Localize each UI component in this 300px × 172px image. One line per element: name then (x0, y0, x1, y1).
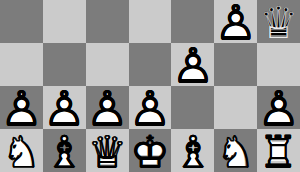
square-c2[interactable]: ♟♙ (43, 86, 86, 129)
white-rook-glyph: ♜ (257, 129, 300, 172)
black-queen[interactable]: ♛♕ (257, 0, 300, 43)
white-pawn-glyph: ♟ (257, 86, 300, 129)
square-d3[interactable] (86, 43, 129, 86)
square-c4[interactable] (43, 0, 86, 43)
white-pawn-glyph: ♟ (0, 86, 43, 129)
square-d2[interactable]: ♟♙ (86, 86, 129, 129)
white-rook[interactable]: ♜♖ (257, 129, 300, 172)
square-g2[interactable] (214, 86, 257, 129)
square-e4[interactable] (129, 0, 172, 43)
square-f1[interactable]: ♝♗ (171, 129, 214, 172)
square-h3[interactable] (257, 43, 300, 86)
white-king-glyph: ♚ (129, 129, 172, 172)
white-pawn-glyph: ♟ (214, 0, 257, 43)
square-h2[interactable]: ♟♙ (257, 86, 300, 129)
square-b4[interactable] (0, 0, 43, 43)
white-pawn-outline: ♙ (43, 86, 86, 129)
white-bishop-outline: ♗ (171, 129, 214, 172)
white-pawn[interactable]: ♟♙ (43, 86, 86, 129)
square-h4[interactable]: ♛♕ (257, 0, 300, 43)
square-h1[interactable]: ♜♖ (257, 129, 300, 172)
white-pawn-outline: ♙ (0, 86, 43, 129)
white-pawn[interactable]: ♟♙ (171, 43, 214, 86)
white-pawn[interactable]: ♟♙ (214, 0, 257, 43)
white-pawn-outline: ♙ (129, 86, 172, 129)
chess-board: ♟♙♛♕♟♙♟♙♟♙♟♙♟♙♟♙♞♘♝♗♛♕♚♔♝♗♞♘♜♖ (0, 0, 300, 172)
white-bishop[interactable]: ♝♗ (43, 129, 86, 172)
white-pawn[interactable]: ♟♙ (86, 86, 129, 129)
white-pawn-outline: ♙ (86, 86, 129, 129)
square-e2[interactable]: ♟♙ (129, 86, 172, 129)
white-knight-glyph: ♞ (214, 129, 257, 172)
square-g4[interactable]: ♟♙ (214, 0, 257, 43)
square-f4[interactable] (171, 0, 214, 43)
white-pawn[interactable]: ♟♙ (0, 86, 43, 129)
white-pawn-outline: ♙ (214, 0, 257, 43)
white-pawn-outline: ♙ (171, 43, 214, 86)
square-g3[interactable] (214, 43, 257, 86)
white-king[interactable]: ♚♔ (129, 129, 172, 172)
square-b2[interactable]: ♟♙ (0, 86, 43, 129)
black-queen-outline: ♕ (257, 0, 300, 43)
square-c3[interactable] (43, 43, 86, 86)
white-knight[interactable]: ♞♘ (0, 129, 43, 172)
white-queen[interactable]: ♛♕ (86, 129, 129, 172)
square-d1[interactable]: ♛♕ (86, 129, 129, 172)
square-e3[interactable] (129, 43, 172, 86)
white-bishop-glyph: ♝ (43, 129, 86, 172)
white-rook-outline: ♖ (257, 129, 300, 172)
white-queen-outline: ♕ (86, 129, 129, 172)
white-queen-glyph: ♛ (86, 129, 129, 172)
white-pawn-glyph: ♟ (171, 43, 214, 86)
white-pawn-glyph: ♟ (129, 86, 172, 129)
square-b3[interactable] (0, 43, 43, 86)
black-queen-glyph: ♛ (257, 0, 300, 43)
white-pawn-glyph: ♟ (86, 86, 129, 129)
square-f2[interactable] (171, 86, 214, 129)
square-e1[interactable]: ♚♔ (129, 129, 172, 172)
white-bishop-glyph: ♝ (171, 129, 214, 172)
white-knight-outline: ♘ (0, 129, 43, 172)
white-knight[interactable]: ♞♘ (214, 129, 257, 172)
white-pawn-outline: ♙ (257, 86, 300, 129)
white-knight-outline: ♘ (214, 129, 257, 172)
white-knight-glyph: ♞ (0, 129, 43, 172)
white-pawn[interactable]: ♟♙ (257, 86, 300, 129)
white-bishop[interactable]: ♝♗ (171, 129, 214, 172)
white-pawn[interactable]: ♟♙ (129, 86, 172, 129)
white-king-outline: ♔ (129, 129, 172, 172)
square-f3[interactable]: ♟♙ (171, 43, 214, 86)
square-c1[interactable]: ♝♗ (43, 129, 86, 172)
white-bishop-outline: ♗ (43, 129, 86, 172)
square-b1[interactable]: ♞♘ (0, 129, 43, 172)
white-pawn-glyph: ♟ (43, 86, 86, 129)
square-d4[interactable] (86, 0, 129, 43)
square-g1[interactable]: ♞♘ (214, 129, 257, 172)
